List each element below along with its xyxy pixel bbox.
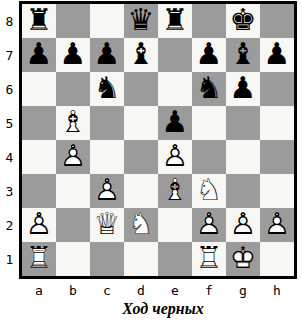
black-rook-piece: ♜ xyxy=(158,3,192,37)
square-a8[interactable]: ♜ xyxy=(22,4,56,38)
square-c5[interactable] xyxy=(90,106,124,140)
rank-label-1: 1 xyxy=(0,242,19,276)
black-king-piece: ♚ xyxy=(226,3,260,37)
square-d6[interactable] xyxy=(124,72,158,106)
white-pawn-fill: ♟ xyxy=(56,139,90,173)
rank-label-5: 5 xyxy=(0,106,19,140)
rank-label-7: 7 xyxy=(0,38,19,72)
square-g7[interactable]: ♝ xyxy=(226,38,260,72)
file-labels: abcdefgh xyxy=(22,283,294,298)
square-f2[interactable]: ♟♙ xyxy=(192,208,226,242)
white-rook-piece: ♖ xyxy=(22,241,56,275)
square-g2[interactable]: ♟♙ xyxy=(226,208,260,242)
black-knight-piece: ♞ xyxy=(192,71,226,105)
square-h8[interactable] xyxy=(260,4,294,38)
square-c2[interactable]: ♛♕ xyxy=(90,208,124,242)
white-pawn-piece: ♙ xyxy=(90,173,124,207)
file-label-a: a xyxy=(22,283,56,298)
square-f7[interactable]: ♟ xyxy=(192,38,226,72)
file-label-c: c xyxy=(90,283,124,298)
square-c7[interactable]: ♟ xyxy=(90,38,124,72)
square-a2[interactable]: ♟♙ xyxy=(22,208,56,242)
white-knight-fill: ♞ xyxy=(124,207,158,241)
square-h6[interactable] xyxy=(260,72,294,106)
square-h5[interactable] xyxy=(260,106,294,140)
file-label-b: b xyxy=(56,283,90,298)
white-rook-piece: ♖ xyxy=(192,241,226,275)
chess-board: ♜♛♜♚♟♟♟♝♟♝♟♞♞♟♝♗♟♟♙♟♙♟♙♝♗♞♘♟♙♛♕♞♘♟♙♟♙♟♙♜… xyxy=(19,1,297,279)
square-c8[interactable] xyxy=(90,4,124,38)
white-bishop-piece: ♗ xyxy=(56,105,90,139)
square-e1[interactable] xyxy=(158,242,192,276)
white-king-fill: ♚ xyxy=(226,241,260,275)
square-h3[interactable] xyxy=(260,174,294,208)
square-e6[interactable] xyxy=(158,72,192,106)
white-pawn-piece: ♙ xyxy=(56,139,90,173)
square-a3[interactable] xyxy=(22,174,56,208)
rank-labels: 87654321 xyxy=(0,4,19,276)
square-g1[interactable]: ♚♔ xyxy=(226,242,260,276)
rank-label-6: 6 xyxy=(0,72,19,106)
rank-label-8: 8 xyxy=(0,4,19,38)
white-pawn-fill: ♟ xyxy=(158,139,192,173)
black-pawn-piece: ♟ xyxy=(226,71,260,105)
file-label-d: d xyxy=(124,283,158,298)
black-queen-piece: ♛ xyxy=(124,3,158,37)
black-pawn-piece: ♟ xyxy=(158,105,192,139)
square-e5[interactable]: ♟ xyxy=(158,106,192,140)
black-bishop-piece: ♝ xyxy=(226,37,260,71)
file-label-e: e xyxy=(158,283,192,298)
square-d3[interactable] xyxy=(124,174,158,208)
square-e4[interactable]: ♟♙ xyxy=(158,140,192,174)
square-d4[interactable] xyxy=(124,140,158,174)
square-e8[interactable]: ♜ xyxy=(158,4,192,38)
black-pawn-piece: ♟ xyxy=(260,37,294,71)
square-h4[interactable] xyxy=(260,140,294,174)
black-pawn-piece: ♟ xyxy=(192,37,226,71)
white-pawn-fill: ♟ xyxy=(90,173,124,207)
white-pawn-piece: ♙ xyxy=(226,207,260,241)
square-b4[interactable]: ♟♙ xyxy=(56,140,90,174)
white-king-piece: ♔ xyxy=(226,241,260,275)
square-d2[interactable]: ♞♘ xyxy=(124,208,158,242)
white-bishop-piece: ♗ xyxy=(158,173,192,207)
white-knight-piece: ♘ xyxy=(192,173,226,207)
white-pawn-fill: ♟ xyxy=(22,207,56,241)
square-f5[interactable] xyxy=(192,106,226,140)
square-d5[interactable] xyxy=(124,106,158,140)
black-pawn-piece: ♟ xyxy=(22,37,56,71)
rank-label-2: 2 xyxy=(0,208,19,242)
square-h2[interactable]: ♟♙ xyxy=(260,208,294,242)
white-pawn-piece: ♙ xyxy=(158,139,192,173)
square-d8[interactable]: ♛ xyxy=(124,4,158,38)
square-g4[interactable] xyxy=(226,140,260,174)
square-g5[interactable] xyxy=(226,106,260,140)
square-a1[interactable]: ♜♖ xyxy=(22,242,56,276)
white-knight-piece: ♘ xyxy=(124,207,158,241)
square-c6[interactable]: ♞ xyxy=(90,72,124,106)
square-f4[interactable] xyxy=(192,140,226,174)
square-f1[interactable]: ♜♖ xyxy=(192,242,226,276)
file-label-g: g xyxy=(226,283,260,298)
square-c4[interactable] xyxy=(90,140,124,174)
file-label-f: f xyxy=(192,283,226,298)
square-a5[interactable] xyxy=(22,106,56,140)
square-b2[interactable] xyxy=(56,208,90,242)
square-b6[interactable] xyxy=(56,72,90,106)
square-a7[interactable]: ♟ xyxy=(22,38,56,72)
square-c3[interactable]: ♟♙ xyxy=(90,174,124,208)
white-pawn-piece: ♙ xyxy=(260,207,294,241)
black-knight-piece: ♞ xyxy=(90,71,124,105)
black-bishop-piece: ♝ xyxy=(124,37,158,71)
square-b1[interactable] xyxy=(56,242,90,276)
square-b7[interactable]: ♟ xyxy=(56,38,90,72)
black-rook-piece: ♜ xyxy=(22,3,56,37)
square-e3[interactable]: ♝♗ xyxy=(158,174,192,208)
square-d1[interactable] xyxy=(124,242,158,276)
black-pawn-piece: ♟ xyxy=(56,37,90,71)
square-h1[interactable] xyxy=(260,242,294,276)
square-g3[interactable] xyxy=(226,174,260,208)
file-label-h: h xyxy=(260,283,294,298)
square-e2[interactable] xyxy=(158,208,192,242)
move-indicator-caption: Ход черных xyxy=(24,300,302,318)
square-a6[interactable] xyxy=(22,72,56,106)
square-f3[interactable]: ♞♘ xyxy=(192,174,226,208)
white-rook-fill: ♜ xyxy=(22,241,56,275)
square-a4[interactable] xyxy=(22,140,56,174)
white-queen-fill: ♛ xyxy=(90,207,124,241)
white-bishop-fill: ♝ xyxy=(158,173,192,207)
square-h7[interactable]: ♟ xyxy=(260,38,294,72)
white-knight-fill: ♞ xyxy=(192,173,226,207)
square-d7[interactable]: ♝ xyxy=(124,38,158,72)
square-e7[interactable] xyxy=(158,38,192,72)
square-g8[interactable]: ♚ xyxy=(226,4,260,38)
white-rook-fill: ♜ xyxy=(192,241,226,275)
white-pawn-piece: ♙ xyxy=(22,207,56,241)
rank-label-4: 4 xyxy=(0,140,19,174)
black-pawn-piece: ♟ xyxy=(90,37,124,71)
white-pawn-fill: ♟ xyxy=(226,207,260,241)
white-pawn-fill: ♟ xyxy=(260,207,294,241)
square-c1[interactable] xyxy=(90,242,124,276)
white-pawn-piece: ♙ xyxy=(192,207,226,241)
white-queen-piece: ♕ xyxy=(90,207,124,241)
square-b8[interactable] xyxy=(56,4,90,38)
square-g6[interactable]: ♟ xyxy=(226,72,260,106)
square-f6[interactable]: ♞ xyxy=(192,72,226,106)
rank-label-3: 3 xyxy=(0,174,19,208)
square-b3[interactable] xyxy=(56,174,90,208)
square-f8[interactable] xyxy=(192,4,226,38)
white-pawn-fill: ♟ xyxy=(192,207,226,241)
square-b5[interactable]: ♝♗ xyxy=(56,106,90,140)
white-bishop-fill: ♝ xyxy=(56,105,90,139)
